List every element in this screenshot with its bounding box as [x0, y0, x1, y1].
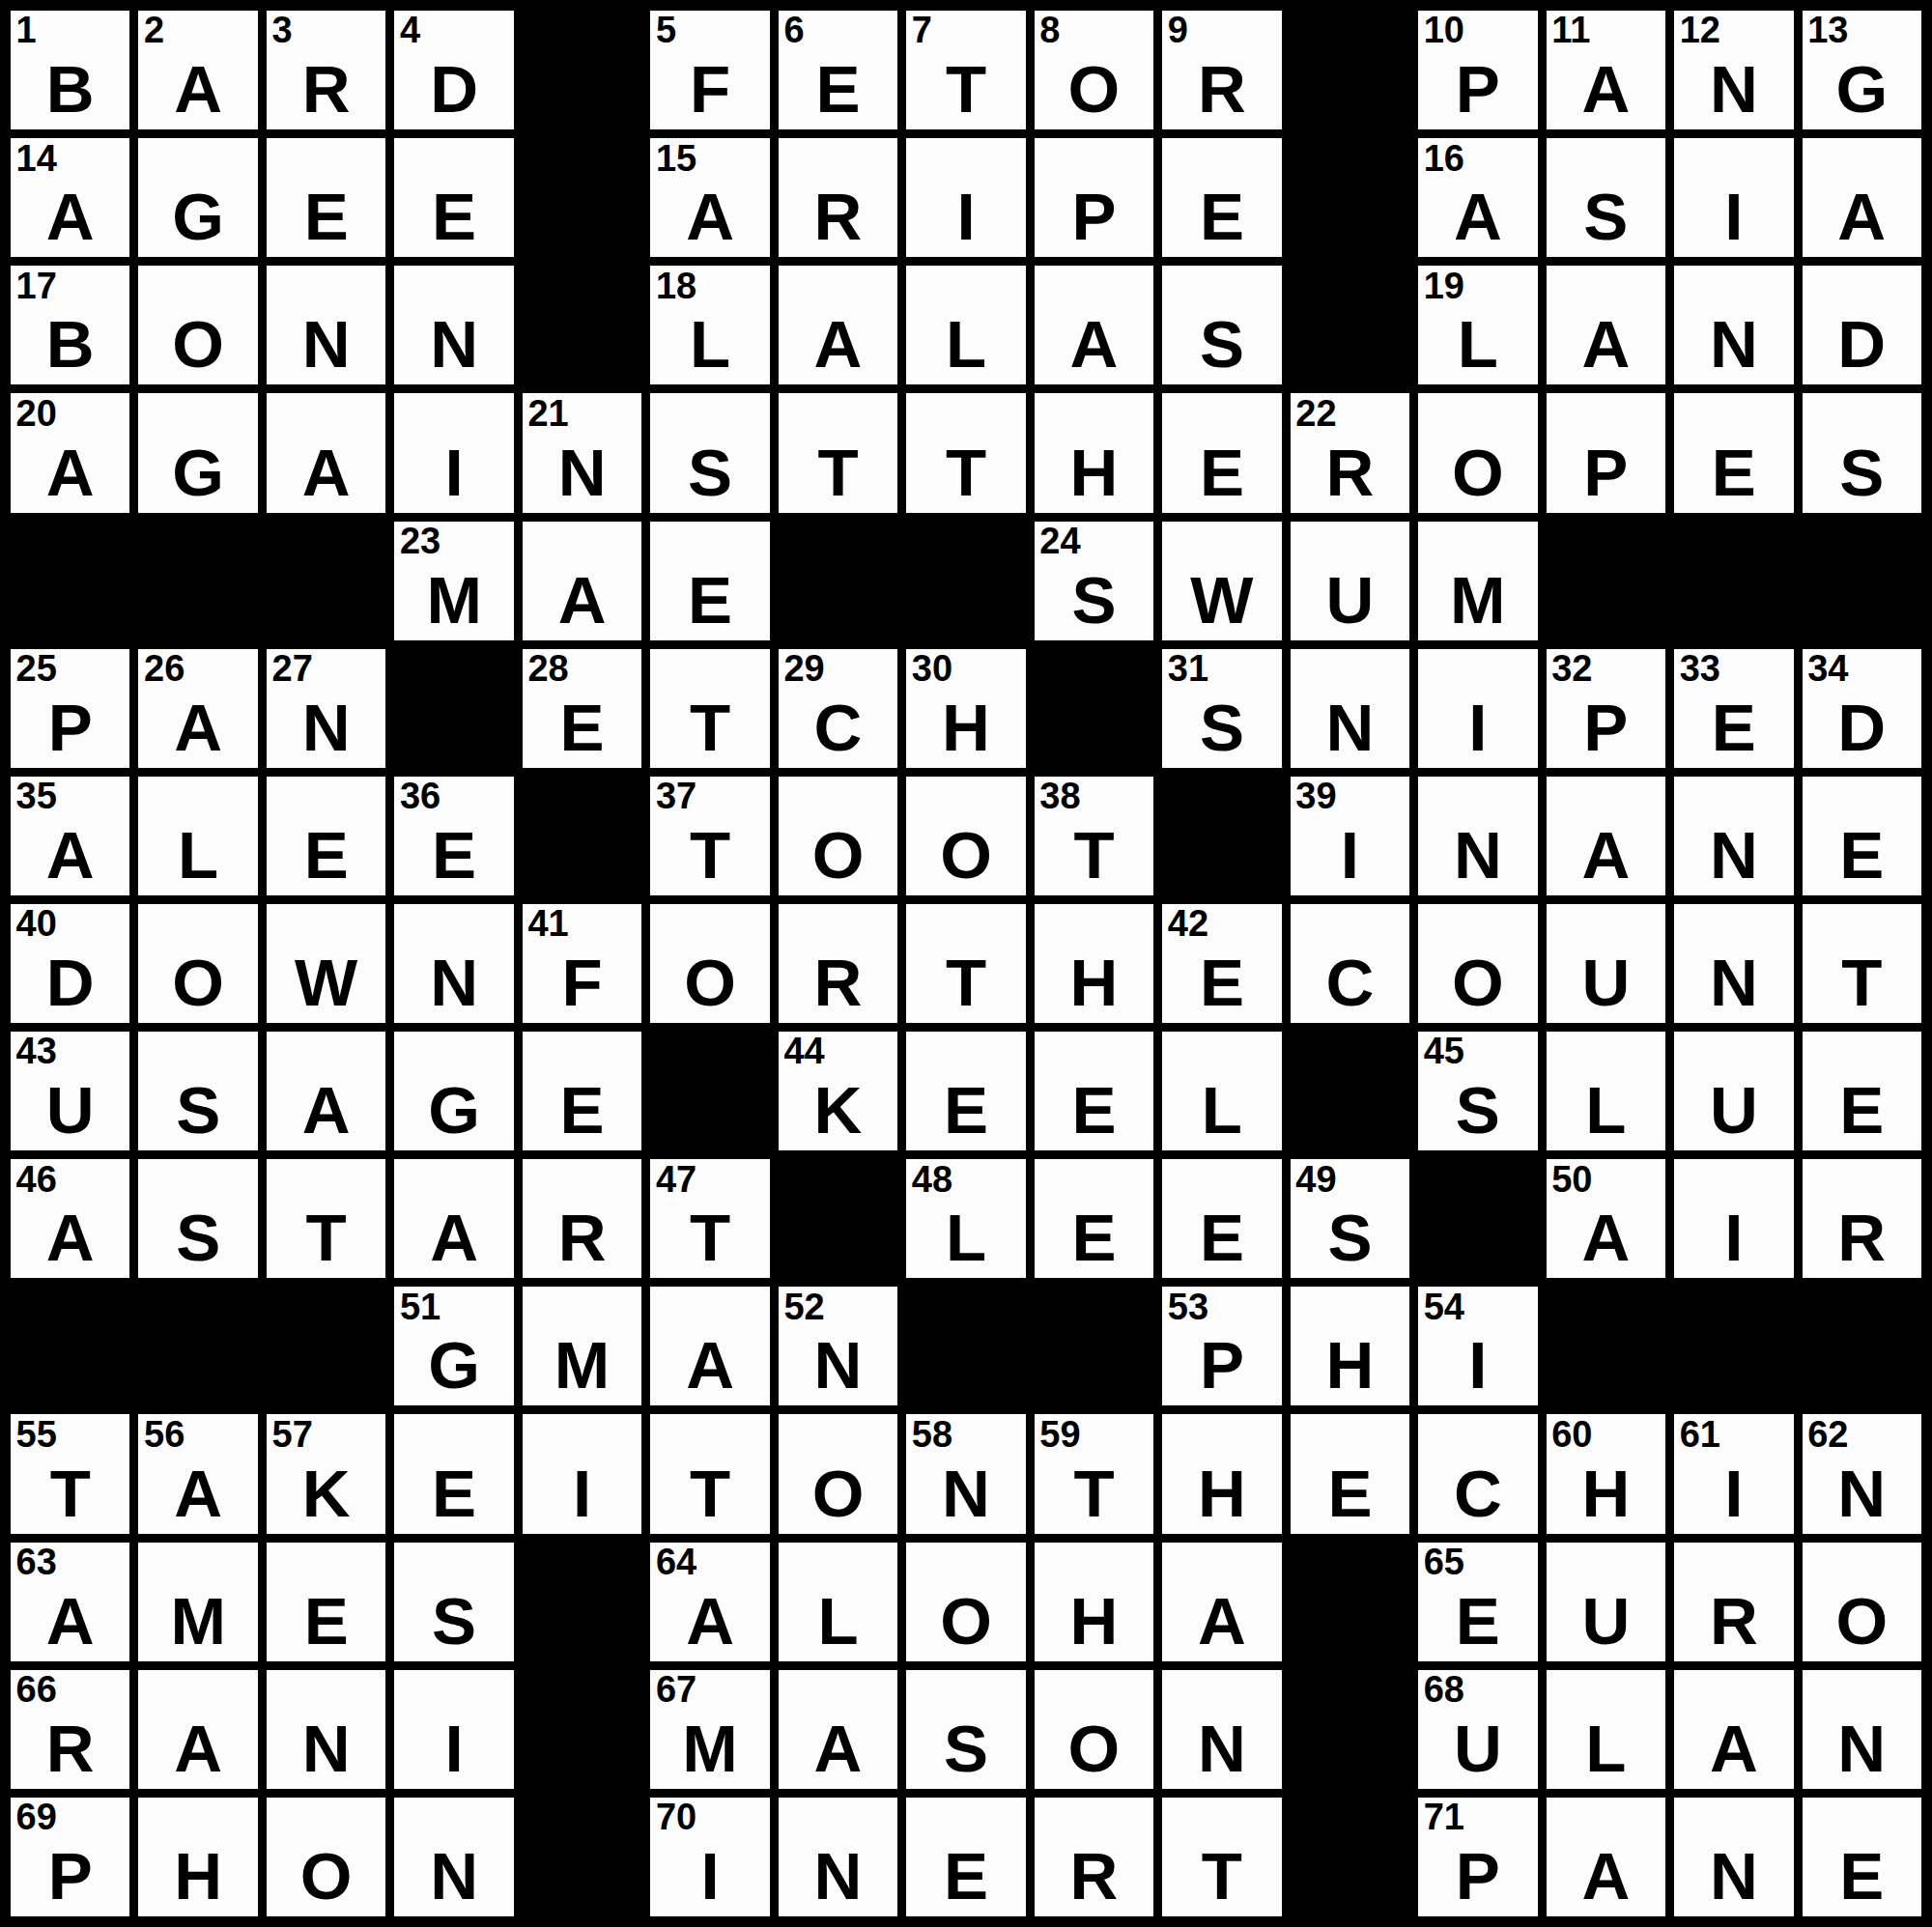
cell-r2c6[interactable]: 15A [650, 138, 769, 257]
clue-number: 1 [16, 11, 37, 51]
cell-r7c12[interactable]: N [1418, 777, 1537, 895]
cell-r12c7[interactable]: O [779, 1414, 897, 1533]
cell-letter: D [1803, 694, 1921, 761]
cell-r7c13[interactable]: A [1547, 777, 1665, 895]
cell-letter: T [906, 56, 1025, 123]
cell-r9c15[interactable]: E [1803, 1032, 1921, 1150]
clue-number: 69 [16, 1798, 57, 1838]
cell-letter: S [1803, 439, 1921, 506]
cell-r5c11[interactable]: U [1291, 522, 1409, 640]
cell-r8c6[interactable]: O [650, 904, 769, 1023]
cell-r8c4[interactable]: N [394, 904, 513, 1023]
cell-letter: N [1674, 311, 1793, 378]
cell-r4c7[interactable]: T [779, 393, 897, 512]
cell-r8c3[interactable]: W [267, 904, 385, 1023]
cell-letter: O [138, 311, 257, 378]
cell-r3c2[interactable]: O [138, 266, 257, 384]
cell-r4c4[interactable]: I [394, 393, 513, 512]
clue-number: 66 [16, 1670, 57, 1711]
cell-r13c2[interactable]: M [138, 1543, 257, 1661]
cell-r7c9[interactable]: 38T [1035, 777, 1153, 895]
cell-letter: A [779, 311, 897, 378]
cell-letter: O [138, 949, 257, 1016]
cell-letter: N [1674, 822, 1793, 889]
cell-r12c14[interactable]: 61I [1674, 1414, 1793, 1533]
cell-letter: I [1674, 184, 1793, 250]
clue-number: 18 [656, 267, 696, 307]
block-r7c10 [1162, 777, 1281, 895]
cell-r6c13[interactable]: 32P [1547, 649, 1665, 768]
cell-r6c12[interactable]: I [1418, 649, 1537, 768]
cell-r14c2[interactable]: A [138, 1670, 257, 1789]
cell-r7c11[interactable]: 39I [1291, 777, 1409, 895]
cell-letter: A [11, 439, 129, 506]
cell-letter: P [11, 1843, 129, 1910]
cell-letter: T [11, 1460, 129, 1527]
cell-r10c6[interactable]: 47T [650, 1159, 769, 1278]
cell-letter: A [1418, 184, 1537, 250]
cell-r3c1[interactable]: 17B [11, 266, 129, 384]
cell-r15c2[interactable]: H [138, 1798, 257, 1916]
cell-letter: L [1162, 1077, 1281, 1144]
cell-r1c13[interactable]: 11A [1547, 11, 1665, 129]
cell-r3c15[interactable]: D [1803, 266, 1921, 384]
cell-r8c11[interactable]: C [1291, 904, 1409, 1023]
cell-letter: R [11, 1715, 129, 1782]
cell-r4c14[interactable]: E [1674, 393, 1793, 512]
cell-r14c10[interactable]: N [1162, 1670, 1281, 1789]
cell-r3c4[interactable]: N [394, 266, 513, 384]
cell-letter: I [523, 1460, 641, 1527]
cell-r15c4[interactable]: N [394, 1798, 513, 1916]
cell-letter: O [1418, 949, 1537, 1016]
cell-r12c13[interactable]: 60H [1547, 1414, 1665, 1533]
cell-r15c10[interactable]: T [1162, 1798, 1281, 1916]
cell-r9c3[interactable]: A [267, 1032, 385, 1150]
cell-r13c10[interactable]: A [1162, 1543, 1281, 1661]
cell-r10c14[interactable]: I [1674, 1159, 1793, 1278]
cell-letter: A [1803, 184, 1921, 250]
cell-r5c4[interactable]: 23M [394, 522, 513, 640]
clue-number: 32 [1551, 649, 1592, 690]
cell-r12c9[interactable]: 59T [1035, 1414, 1153, 1533]
cell-r15c14[interactable]: N [1674, 1798, 1793, 1916]
cell-letter: T [1035, 822, 1153, 889]
clue-number: 8 [1039, 11, 1060, 51]
block-r5c2 [138, 522, 257, 640]
cell-r10c8[interactable]: 48L [906, 1159, 1025, 1278]
cell-letter: C [779, 694, 897, 761]
block-r11c1 [11, 1287, 129, 1405]
cell-r6c6[interactable]: T [650, 649, 769, 768]
cell-r6c14[interactable]: 33E [1674, 649, 1793, 768]
cell-r3c9[interactable]: A [1035, 266, 1153, 384]
clue-number: 20 [16, 394, 57, 435]
cell-letter: S [906, 1715, 1025, 1782]
cell-letter: U [1674, 1077, 1793, 1144]
cell-r9c8[interactable]: E [906, 1032, 1025, 1150]
cell-r2c1[interactable]: 14A [11, 138, 129, 257]
cell-r9c12[interactable]: 45S [1418, 1032, 1537, 1150]
cell-r6c7[interactable]: 29C [779, 649, 897, 768]
cell-r1c6[interactable]: 5F [650, 11, 769, 129]
cell-r3c3[interactable]: N [267, 266, 385, 384]
cell-r14c13[interactable]: L [1547, 1670, 1665, 1789]
cell-r8c14[interactable]: N [1674, 904, 1793, 1023]
cell-letter: A [267, 439, 385, 506]
cell-r7c8[interactable]: O [906, 777, 1025, 895]
cell-r6c11[interactable]: N [1291, 649, 1409, 768]
cell-r7c2[interactable]: L [138, 777, 257, 895]
cell-r4c1[interactable]: 20A [11, 393, 129, 512]
cell-r3c12[interactable]: 19L [1418, 266, 1537, 384]
clue-number: 38 [1039, 777, 1080, 817]
cell-letter: A [650, 1588, 769, 1655]
cell-r3c13[interactable]: A [1547, 266, 1665, 384]
cell-r5c12[interactable]: M [1418, 522, 1537, 640]
cell-r7c4[interactable]: 36E [394, 777, 513, 895]
cell-r8c8[interactable]: T [906, 904, 1025, 1023]
cell-r11c5[interactable]: M [523, 1287, 641, 1405]
cell-r3c6[interactable]: 18L [650, 266, 769, 384]
cell-r15c7[interactable]: N [779, 1798, 897, 1916]
clue-number: 7 [912, 11, 932, 51]
cell-letter: A [138, 1460, 257, 1527]
cell-r9c14[interactable]: U [1674, 1032, 1793, 1150]
cell-letter: D [1803, 311, 1921, 378]
cell-r13c7[interactable]: L [779, 1543, 897, 1661]
cell-r10c5[interactable]: R [523, 1159, 641, 1278]
cell-r6c1[interactable]: 25P [11, 649, 129, 768]
cell-r14c8[interactable]: S [906, 1670, 1025, 1789]
block-r11c2 [138, 1287, 257, 1405]
clue-number: 45 [1424, 1032, 1464, 1072]
cell-r6c10[interactable]: 31S [1162, 649, 1281, 768]
clue-number: 61 [1680, 1415, 1720, 1456]
cell-r13c3[interactable]: E [267, 1543, 385, 1661]
cell-r7c7[interactable]: O [779, 777, 897, 895]
block-r5c1 [11, 522, 129, 640]
cell-letter: T [650, 1204, 769, 1271]
cell-r15c1[interactable]: 69P [11, 1798, 129, 1916]
clue-number: 24 [1039, 522, 1080, 562]
cell-r13c6[interactable]: 64A [650, 1543, 769, 1661]
cell-letter: I [394, 1715, 513, 1782]
cell-r12c12[interactable]: C [1418, 1414, 1537, 1533]
cell-r10c10[interactable]: E [1162, 1159, 1281, 1278]
cell-r11c11[interactable]: H [1291, 1287, 1409, 1405]
cell-letter: E [1803, 1077, 1921, 1144]
cell-letter: T [650, 694, 769, 761]
cell-r10c11[interactable]: 49S [1291, 1159, 1409, 1278]
block-r7c5 [523, 777, 641, 895]
cell-letter: S [650, 439, 769, 506]
cell-letter: I [1418, 694, 1537, 761]
cell-r4c8[interactable]: T [906, 393, 1025, 512]
cell-r6c15[interactable]: 34D [1803, 649, 1921, 768]
cell-r15c15[interactable]: E [1803, 1798, 1921, 1916]
cell-r3c7[interactable]: A [779, 266, 897, 384]
cell-r1c7[interactable]: 6E [779, 11, 897, 129]
clue-number: 71 [1424, 1798, 1464, 1838]
cell-r12c11[interactable]: E [1291, 1414, 1409, 1533]
block-r6c4 [394, 649, 513, 768]
cell-r5c5[interactable]: A [523, 522, 641, 640]
cell-r13c14[interactable]: R [1674, 1543, 1793, 1661]
cell-r8c7[interactable]: R [779, 904, 897, 1023]
cell-r9c10[interactable]: L [1162, 1032, 1281, 1150]
cell-r11c4[interactable]: 51G [394, 1287, 513, 1405]
cell-letter: R [1803, 1204, 1921, 1271]
cell-r2c13[interactable]: S [1547, 138, 1665, 257]
cell-r10c9[interactable]: E [1035, 1159, 1153, 1278]
cell-letter: N [1674, 56, 1793, 123]
cell-letter: O [1035, 56, 1153, 123]
cell-r14c14[interactable]: A [1674, 1670, 1793, 1789]
cell-r12c3[interactable]: 57K [267, 1414, 385, 1533]
cell-r4c10[interactable]: E [1162, 393, 1281, 512]
cell-r12c4[interactable]: E [394, 1414, 513, 1533]
cell-letter: E [1291, 1460, 1409, 1527]
cell-r6c5[interactable]: 28E [523, 649, 641, 768]
cell-letter: A [267, 1077, 385, 1144]
cell-letter: L [1547, 1715, 1665, 1782]
cell-r2c14[interactable]: I [1674, 138, 1793, 257]
clue-number: 28 [527, 649, 568, 690]
clue-number: 11 [1551, 11, 1590, 51]
cell-r2c7[interactable]: R [779, 138, 897, 257]
cell-letter: D [11, 949, 129, 1016]
cell-r14c6[interactable]: 67M [650, 1670, 769, 1789]
cell-r15c12[interactable]: 71P [1418, 1798, 1537, 1916]
block-r9c11 [1291, 1032, 1409, 1150]
crossword-board: 1B2A3R4D5F6E7T8O9R10P11A12N13G14AGEE15AR… [0, 0, 1932, 1927]
cell-r4c5[interactable]: 21N [523, 393, 641, 512]
cell-r12c6[interactable]: T [650, 1414, 769, 1533]
cell-letter: A [779, 1715, 897, 1782]
clue-number: 59 [1039, 1415, 1080, 1456]
cell-letter: L [1418, 311, 1537, 378]
cell-r9c13[interactable]: L [1547, 1032, 1665, 1150]
clue-number: 29 [783, 649, 824, 690]
cell-r4c13[interactable]: P [1547, 393, 1665, 512]
cell-r14c15[interactable]: N [1803, 1670, 1921, 1789]
cell-r8c9[interactable]: H [1035, 904, 1153, 1023]
cell-r6c8[interactable]: 30H [906, 649, 1025, 768]
cell-r8c13[interactable]: U [1547, 904, 1665, 1023]
cell-letter: E [394, 822, 513, 889]
cell-r11c7[interactable]: 52N [779, 1287, 897, 1405]
cell-r9c1[interactable]: 43U [11, 1032, 129, 1150]
cell-letter: C [1291, 949, 1409, 1016]
cell-r15c9[interactable]: R [1035, 1798, 1153, 1916]
cell-r6c3[interactable]: 27N [267, 649, 385, 768]
cell-r9c7[interactable]: 44K [779, 1032, 897, 1150]
cell-letter: H [1162, 1460, 1281, 1527]
cell-r7c1[interactable]: 35A [11, 777, 129, 895]
cell-r2c15[interactable]: A [1803, 138, 1921, 257]
cell-r10c1[interactable]: 46A [11, 1159, 129, 1278]
cell-letter: O [779, 1460, 897, 1527]
cell-r8c12[interactable]: O [1418, 904, 1537, 1023]
block-r14c11 [1291, 1670, 1409, 1789]
cell-r10c3[interactable]: T [267, 1159, 385, 1278]
clue-number: 14 [16, 139, 57, 180]
cell-r14c7[interactable]: A [779, 1670, 897, 1789]
cell-r14c3[interactable]: N [267, 1670, 385, 1789]
cell-r15c3[interactable]: O [267, 1798, 385, 1916]
cell-r12c8[interactable]: 58N [906, 1414, 1025, 1533]
block-r13c5 [523, 1543, 641, 1661]
cell-letter: O [1418, 439, 1537, 506]
cell-r7c6[interactable]: 37T [650, 777, 769, 895]
cell-r13c12[interactable]: 65E [1418, 1543, 1537, 1661]
cell-r15c8[interactable]: E [906, 1798, 1025, 1916]
cell-r5c10[interactable]: W [1162, 522, 1281, 640]
cell-r7c3[interactable]: E [267, 777, 385, 895]
cell-letter: E [394, 1460, 513, 1527]
cell-r1c14[interactable]: 12N [1674, 11, 1793, 129]
cell-letter: O [779, 822, 897, 889]
cell-r1c15[interactable]: 13G [1803, 11, 1921, 129]
cell-r8c5[interactable]: 41F [523, 904, 641, 1023]
cell-r3c8[interactable]: L [906, 266, 1025, 384]
cell-r12c2[interactable]: 56A [138, 1414, 257, 1533]
clue-number: 4 [400, 11, 420, 51]
cell-r8c10[interactable]: 42E [1162, 904, 1281, 1023]
cell-r12c15[interactable]: 62N [1803, 1414, 1921, 1533]
cell-letter: B [11, 56, 129, 123]
cell-letter: K [779, 1077, 897, 1144]
cell-letter: R [1035, 1843, 1153, 1910]
cell-r11c12[interactable]: 54I [1418, 1287, 1537, 1405]
cell-r2c3[interactable]: E [267, 138, 385, 257]
clue-number: 52 [783, 1288, 824, 1328]
cell-r8c1[interactable]: 40D [11, 904, 129, 1023]
cell-r4c6[interactable]: S [650, 393, 769, 512]
cell-r9c2[interactable]: S [138, 1032, 257, 1150]
cell-letter: H [1035, 439, 1153, 506]
cell-r4c3[interactable]: A [267, 393, 385, 512]
block-r14c5 [523, 1670, 641, 1789]
cell-r6c2[interactable]: 26A [138, 649, 257, 768]
clue-number: 17 [16, 267, 57, 307]
cell-letter: M [650, 1715, 769, 1782]
cell-r2c10[interactable]: E [1162, 138, 1281, 257]
cell-r5c6[interactable]: E [650, 522, 769, 640]
clue-number: 39 [1295, 777, 1336, 817]
cell-r10c15[interactable]: R [1803, 1159, 1921, 1278]
clue-number: 56 [144, 1415, 185, 1456]
cell-r1c4[interactable]: 4D [394, 11, 513, 129]
clue-number: 30 [912, 649, 952, 690]
clue-number: 51 [400, 1288, 440, 1328]
cell-r2c9[interactable]: P [1035, 138, 1153, 257]
cell-r4c15[interactable]: S [1803, 393, 1921, 512]
cell-r15c6[interactable]: 70I [650, 1798, 769, 1916]
cell-r12c10[interactable]: H [1162, 1414, 1281, 1533]
block-r10c7 [779, 1159, 897, 1278]
cell-r7c15[interactable]: E [1803, 777, 1921, 895]
clue-number: 49 [1295, 1160, 1336, 1201]
cell-r2c4[interactable]: E [394, 138, 513, 257]
cell-r2c2[interactable]: G [138, 138, 257, 257]
cell-r13c1[interactable]: 63A [11, 1543, 129, 1661]
cell-r1c1[interactable]: 1B [11, 11, 129, 129]
cell-r8c15[interactable]: T [1803, 904, 1921, 1023]
cell-letter: E [1674, 694, 1793, 761]
cell-r4c11[interactable]: 22R [1291, 393, 1409, 512]
cell-r13c8[interactable]: O [906, 1543, 1025, 1661]
cell-letter: R [1674, 1588, 1793, 1655]
cell-r3c10[interactable]: S [1162, 266, 1281, 384]
cell-r1c3[interactable]: 3R [267, 11, 385, 129]
cell-r14c9[interactable]: O [1035, 1670, 1153, 1789]
cell-r13c13[interactable]: U [1547, 1543, 1665, 1661]
cell-r5c9[interactable]: 24S [1035, 522, 1153, 640]
cell-r7c14[interactable]: N [1674, 777, 1793, 895]
cell-letter: O [906, 1588, 1025, 1655]
cell-r4c12[interactable]: O [1418, 393, 1537, 512]
cell-r2c8[interactable]: I [906, 138, 1025, 257]
cell-r13c9[interactable]: H [1035, 1543, 1153, 1661]
cell-r15c13[interactable]: A [1547, 1798, 1665, 1916]
cell-letter: I [1418, 1332, 1537, 1399]
cell-r14c12[interactable]: 68U [1418, 1670, 1537, 1789]
cell-r1c12[interactable]: 10P [1418, 11, 1537, 129]
cell-r14c4[interactable]: I [394, 1670, 513, 1789]
cell-r1c10[interactable]: 9R [1162, 11, 1281, 129]
cell-r1c9[interactable]: 8O [1035, 11, 1153, 129]
cell-letter: N [267, 1715, 385, 1782]
cell-r14c1[interactable]: 66R [11, 1670, 129, 1789]
block-r5c14 [1674, 522, 1793, 640]
cell-letter: S [1291, 1204, 1409, 1271]
cell-letter: E [267, 1588, 385, 1655]
cell-r9c9[interactable]: E [1035, 1032, 1153, 1150]
clue-number: 22 [1295, 394, 1336, 435]
cell-letter: A [1162, 1588, 1281, 1655]
cell-r1c8[interactable]: 7T [906, 11, 1025, 129]
cell-r13c15[interactable]: O [1803, 1543, 1921, 1661]
clue-number: 15 [656, 139, 696, 180]
cell-letter: N [1674, 1843, 1793, 1910]
cell-letter: U [1418, 1715, 1537, 1782]
cell-letter: R [523, 1204, 641, 1271]
cell-r12c1[interactable]: 55T [11, 1414, 129, 1533]
clue-number: 21 [527, 394, 568, 435]
cell-r10c4[interactable]: A [394, 1159, 513, 1278]
cell-r9c5[interactable]: E [523, 1032, 641, 1150]
clue-number: 10 [1424, 11, 1464, 51]
cell-letter: O [650, 949, 769, 1016]
clue-number: 68 [1424, 1670, 1464, 1711]
cell-r2c12[interactable]: 16A [1418, 138, 1537, 257]
cell-r4c9[interactable]: H [1035, 393, 1153, 512]
cell-r10c13[interactable]: 50A [1547, 1159, 1665, 1278]
cell-r3c14[interactable]: N [1674, 266, 1793, 384]
cell-r13c4[interactable]: S [394, 1543, 513, 1661]
cell-r8c2[interactable]: O [138, 904, 257, 1023]
cell-r9c4[interactable]: G [394, 1032, 513, 1150]
cell-r11c6[interactable]: A [650, 1287, 769, 1405]
cell-r4c2[interactable]: G [138, 393, 257, 512]
clue-number: 44 [783, 1032, 824, 1072]
cell-r12c5[interactable]: I [523, 1414, 641, 1533]
cell-r11c10[interactable]: 53P [1162, 1287, 1281, 1405]
cell-r10c2[interactable]: S [138, 1159, 257, 1278]
cell-r1c2[interactable]: 2A [138, 11, 257, 129]
